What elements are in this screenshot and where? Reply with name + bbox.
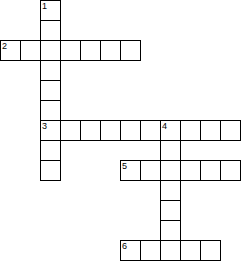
crossword-cell[interactable] [220,120,241,141]
crossword-cell[interactable] [220,160,241,181]
crossword-cell[interactable] [60,40,81,61]
crossword-cell[interactable] [40,60,61,81]
crossword-cell[interactable] [140,240,161,261]
crossword-cell[interactable]: 5 [120,160,141,181]
crossword-cell[interactable]: 6 [120,240,141,261]
crossword-cell[interactable] [140,160,161,181]
crossword-cell[interactable] [20,40,41,61]
crossword-cell[interactable] [180,160,201,181]
crossword-cell[interactable] [160,160,181,181]
crossword-cell[interactable] [180,240,201,261]
crossword-cell[interactable] [160,140,181,161]
crossword-cell[interactable] [160,200,181,221]
crossword-cell[interactable] [40,160,61,181]
clue-number: 4 [162,121,167,131]
crossword-page: 123456 [0,0,241,261]
crossword-cell[interactable] [180,120,201,141]
crossword-cell[interactable] [200,240,221,261]
crossword-cell[interactable] [40,140,61,161]
clue-number: 2 [2,41,7,51]
crossword-cell[interactable]: 4 [160,120,181,141]
crossword-cell[interactable] [60,120,81,141]
crossword-cell[interactable] [80,120,101,141]
clue-number: 5 [122,161,127,171]
crossword-cell[interactable] [40,80,61,101]
crossword-cell[interactable] [100,40,121,61]
crossword-cell[interactable] [120,120,141,141]
crossword-cell[interactable] [100,120,121,141]
crossword-cell[interactable]: 1 [40,0,61,21]
clue-number: 1 [42,1,47,11]
crossword-cell[interactable] [200,160,221,181]
clue-number: 3 [42,121,47,131]
clue-number: 6 [122,241,127,251]
crossword-cell[interactable] [160,220,181,241]
crossword-cell[interactable] [160,180,181,201]
crossword-board: 123456 [0,0,241,261]
crossword-cell[interactable] [40,100,61,121]
crossword-cell[interactable]: 3 [40,120,61,141]
crossword-cell[interactable] [80,40,101,61]
crossword-cell[interactable] [40,20,61,41]
crossword-cell[interactable] [40,40,61,61]
crossword-cell[interactable]: 2 [0,40,21,61]
crossword-cell[interactable] [200,120,221,141]
crossword-cell[interactable] [160,240,181,261]
crossword-cell[interactable] [140,120,161,141]
crossword-cell[interactable] [120,40,141,61]
